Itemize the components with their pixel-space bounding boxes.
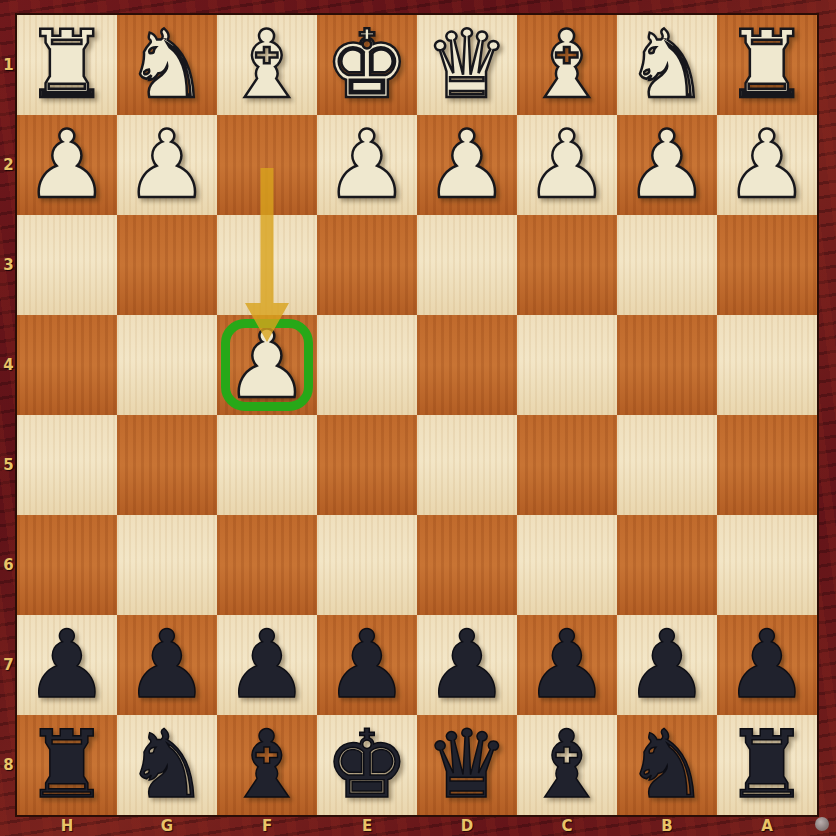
square-c5[interactable] <box>517 415 617 515</box>
square-b5[interactable] <box>617 415 717 515</box>
square-b2[interactable]: ♟ <box>617 115 717 215</box>
square-d1[interactable]: ♛ <box>417 15 517 115</box>
square-e6[interactable] <box>317 515 417 615</box>
square-e2[interactable]: ♟ <box>317 115 417 215</box>
square-d4[interactable] <box>417 315 517 415</box>
white-rook-a1[interactable]: ♜ <box>725 15 809 115</box>
white-knight-b1[interactable]: ♞ <box>625 15 709 115</box>
square-f8[interactable]: ♝ <box>217 715 317 815</box>
square-f5[interactable] <box>217 415 317 515</box>
square-a6[interactable] <box>717 515 817 615</box>
square-a2[interactable]: ♟ <box>717 115 817 215</box>
square-a5[interactable] <box>717 415 817 515</box>
white-pawn-f4[interactable]: ♟ <box>225 315 309 415</box>
square-e5[interactable] <box>317 415 417 515</box>
black-pawn-a7[interactable]: ♟ <box>725 615 809 715</box>
white-bishop-c1[interactable]: ♝ <box>525 15 609 115</box>
square-h7[interactable]: ♟ <box>17 615 117 715</box>
black-bishop-c8[interactable]: ♝ <box>525 715 609 815</box>
square-g4[interactable] <box>117 315 217 415</box>
white-pawn-b2[interactable]: ♟ <box>625 115 709 215</box>
square-g8[interactable]: ♞ <box>117 715 217 815</box>
black-rook-h8[interactable]: ♜ <box>25 715 109 815</box>
square-g6[interactable] <box>117 515 217 615</box>
rank-label-3: 3 <box>0 215 17 315</box>
square-g2[interactable]: ♟ <box>117 115 217 215</box>
square-b7[interactable]: ♟ <box>617 615 717 715</box>
black-pawn-d7[interactable]: ♟ <box>425 615 509 715</box>
square-b4[interactable] <box>617 315 717 415</box>
rank-label-8: 8 <box>0 715 17 815</box>
square-h6[interactable] <box>17 515 117 615</box>
corner-dot <box>815 817 829 831</box>
black-knight-g8[interactable]: ♞ <box>125 715 209 815</box>
square-c6[interactable] <box>517 515 617 615</box>
square-h4[interactable] <box>17 315 117 415</box>
square-a8[interactable]: ♜ <box>717 715 817 815</box>
square-e8[interactable]: ♚ <box>317 715 417 815</box>
square-g5[interactable] <box>117 415 217 515</box>
square-c8[interactable]: ♝ <box>517 715 617 815</box>
square-f4[interactable]: ♟ <box>217 315 317 415</box>
square-d2[interactable]: ♟ <box>417 115 517 215</box>
rank-label-6: 6 <box>0 515 17 615</box>
rank-label-4: 4 <box>0 315 17 415</box>
square-e4[interactable] <box>317 315 417 415</box>
square-g7[interactable]: ♟ <box>117 615 217 715</box>
white-knight-g1[interactable]: ♞ <box>125 15 209 115</box>
white-king-e1[interactable]: ♚ <box>325 15 409 115</box>
square-f7[interactable]: ♟ <box>217 615 317 715</box>
rank-label-5: 5 <box>0 415 17 515</box>
square-c2[interactable]: ♟ <box>517 115 617 215</box>
square-c3[interactable] <box>517 215 617 315</box>
black-pawn-e7[interactable]: ♟ <box>325 615 409 715</box>
square-h3[interactable] <box>17 215 117 315</box>
black-knight-b8[interactable]: ♞ <box>625 715 709 815</box>
chess-board-frame: 12345678 HGFEDCBA ♜♞♝♚♛♝♞♜♟♟♟♟♟♟♟♟♟♟♟♟♟♟… <box>0 0 836 836</box>
white-pawn-g2[interactable]: ♟ <box>125 115 209 215</box>
square-d6[interactable] <box>417 515 517 615</box>
square-e1[interactable]: ♚ <box>317 15 417 115</box>
black-pawn-c7[interactable]: ♟ <box>525 615 609 715</box>
square-b8[interactable]: ♞ <box>617 715 717 815</box>
square-d3[interactable] <box>417 215 517 315</box>
square-b6[interactable] <box>617 515 717 615</box>
square-g1[interactable]: ♞ <box>117 15 217 115</box>
white-rook-h1[interactable]: ♜ <box>25 15 109 115</box>
square-f1[interactable]: ♝ <box>217 15 317 115</box>
rank-label-1: 1 <box>0 15 17 115</box>
rank-label-2: 2 <box>0 115 17 215</box>
rank-label-7: 7 <box>0 615 17 715</box>
square-b3[interactable] <box>617 215 717 315</box>
square-h1[interactable]: ♜ <box>17 15 117 115</box>
square-g3[interactable] <box>117 215 217 315</box>
square-h8[interactable]: ♜ <box>17 715 117 815</box>
square-e7[interactable]: ♟ <box>317 615 417 715</box>
black-bishop-f8[interactable]: ♝ <box>225 715 309 815</box>
square-d7[interactable]: ♟ <box>417 615 517 715</box>
black-pawn-f7[interactable]: ♟ <box>225 615 309 715</box>
square-f6[interactable] <box>217 515 317 615</box>
white-pawn-c2[interactable]: ♟ <box>525 115 609 215</box>
square-f3[interactable] <box>217 215 317 315</box>
white-queen-d1[interactable]: ♛ <box>425 15 509 115</box>
white-pawn-d2[interactable]: ♟ <box>425 115 509 215</box>
square-c1[interactable]: ♝ <box>517 15 617 115</box>
square-a7[interactable]: ♟ <box>717 615 817 715</box>
square-a4[interactable] <box>717 315 817 415</box>
square-d5[interactable] <box>417 415 517 515</box>
chess-board: ♜♞♝♚♛♝♞♜♟♟♟♟♟♟♟♟♟♟♟♟♟♟♟♟♜♞♝♚♛♝♞♜ <box>17 15 817 815</box>
white-pawn-a2[interactable]: ♟ <box>725 115 809 215</box>
square-d8[interactable]: ♛ <box>417 715 517 815</box>
square-e3[interactable] <box>317 215 417 315</box>
white-pawn-h2[interactable]: ♟ <box>25 115 109 215</box>
square-c4[interactable] <box>517 315 617 415</box>
square-a3[interactable] <box>717 215 817 315</box>
white-bishop-f1[interactable]: ♝ <box>225 15 309 115</box>
white-pawn-e2[interactable]: ♟ <box>325 115 409 215</box>
square-h2[interactable]: ♟ <box>17 115 117 215</box>
square-a1[interactable]: ♜ <box>717 15 817 115</box>
black-queen-d8[interactable]: ♛ <box>425 715 509 815</box>
black-king-e8[interactable]: ♚ <box>325 715 409 815</box>
black-pawn-b7[interactable]: ♟ <box>625 615 709 715</box>
black-pawn-g7[interactable]: ♟ <box>125 615 209 715</box>
square-h5[interactable] <box>17 415 117 515</box>
square-f2[interactable] <box>217 115 317 215</box>
square-b1[interactable]: ♞ <box>617 15 717 115</box>
black-pawn-h7[interactable]: ♟ <box>25 615 109 715</box>
square-c7[interactable]: ♟ <box>517 615 617 715</box>
black-rook-a8[interactable]: ♜ <box>725 715 809 815</box>
